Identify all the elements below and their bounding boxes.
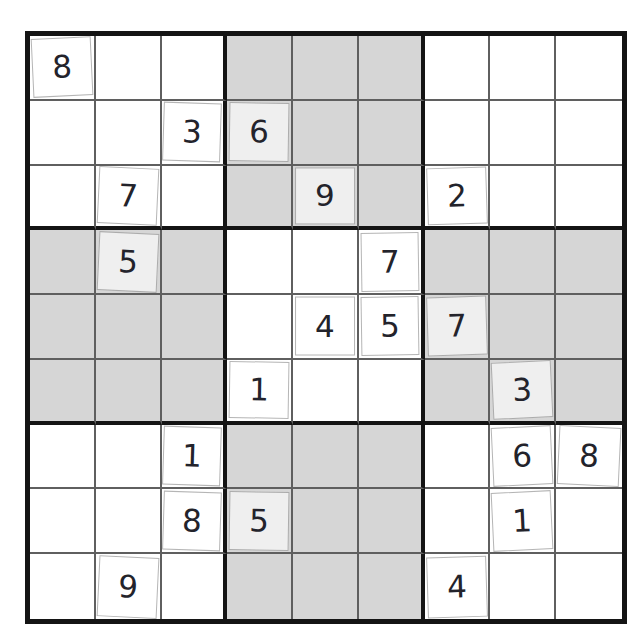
cell-r1c5[interactable] [293,36,359,101]
cell-r2c4: 6 [227,101,293,166]
given-digit: 3 [512,374,533,406]
cell-r7c6[interactable] [359,425,425,490]
cell-r2c5[interactable] [293,101,359,166]
cell-r2c2[interactable] [96,101,162,166]
given-tile: 6 [229,102,290,162]
given-tile: 5 [96,231,159,293]
given-tile: 4 [295,297,355,356]
cell-r2c3: 3 [162,101,228,166]
cell-r5c3[interactable] [162,295,228,360]
cell-r2c1[interactable] [30,101,96,166]
sudoku-page: 836792574571316885194 [0,0,640,640]
cell-r9c2: 9 [96,554,162,619]
cell-r9c5[interactable] [293,554,359,619]
cell-r7c8: 6 [490,425,556,490]
cell-r2c9[interactable] [556,101,622,166]
given-tile: 1 [491,490,554,552]
cell-r6c9[interactable] [556,360,622,425]
given-digit: 5 [117,246,138,278]
cell-r9c3[interactable] [162,554,228,619]
cell-r1c4[interactable] [227,36,293,101]
cell-r5c4[interactable] [227,295,293,360]
given-tile: 9 [96,555,159,619]
cell-r4c6: 7 [359,230,425,295]
given-tile: 8 [31,37,94,99]
cell-r1c2[interactable] [96,36,162,101]
cell-r8c8: 1 [490,489,556,554]
given-digit: 9 [315,180,335,211]
cell-r9c6[interactable] [359,554,425,619]
cell-r9c4[interactable] [227,554,293,619]
given-tile: 6 [491,425,554,487]
given-tile: 5 [360,297,419,357]
cell-r1c6[interactable] [359,36,425,101]
given-digit: 5 [249,505,269,536]
cell-r4c8[interactable] [490,230,556,295]
given-digit: 1 [249,375,269,406]
cell-r7c1[interactable] [30,425,96,490]
given-digit: 2 [446,180,467,212]
cell-r3c6[interactable] [359,166,425,231]
cell-r7c3: 1 [162,425,228,490]
cell-r1c7[interactable] [425,36,491,101]
cell-r8c5[interactable] [293,489,359,554]
given-tile: 3 [162,102,222,163]
cell-r3c7: 2 [425,166,491,231]
cell-r5c1[interactable] [30,295,96,360]
cell-r4c9[interactable] [556,230,622,295]
given-digit: 8 [182,505,203,537]
given-tile: 8 [162,490,222,551]
given-digit: 1 [182,440,203,472]
given-tile: 1 [229,361,290,419]
given-digit: 7 [380,246,400,277]
cell-r9c7: 4 [425,554,491,619]
given-tile: 5 [229,491,290,551]
given-digit: 1 [512,505,533,537]
cell-r1c8[interactable] [490,36,556,101]
cell-r9c8[interactable] [490,554,556,619]
cell-r2c7[interactable] [425,101,491,166]
given-digit: 3 [182,116,203,148]
cell-r5c8[interactable] [490,295,556,360]
cell-r8c9[interactable] [556,489,622,554]
given-tile: 7 [96,166,159,226]
given-tile: 4 [426,555,488,618]
cell-r5c6: 5 [359,295,425,360]
cell-r7c7[interactable] [425,425,491,490]
sudoku-board: 836792574571316885194 [25,31,627,624]
given-tile: 3 [491,360,554,420]
cell-r1c3[interactable] [162,36,228,101]
given-digit: 4 [315,311,335,342]
cell-r2c6[interactable] [359,101,425,166]
given-digit: 8 [51,51,72,83]
cell-r4c2: 5 [96,230,162,295]
cell-r8c7[interactable] [425,489,491,554]
given-digit: 7 [446,311,467,343]
cell-r7c9: 8 [556,425,622,490]
cell-r3c5: 9 [293,166,359,231]
given-tile: 8 [557,425,622,487]
cell-r1c9[interactable] [556,36,622,101]
cell-r1c1: 8 [30,36,96,101]
cell-r5c9[interactable] [556,295,622,360]
cell-r3c1[interactable] [30,166,96,231]
given-tile: 1 [162,426,222,487]
cell-r8c2[interactable] [96,489,162,554]
cell-r7c4[interactable] [227,425,293,490]
cell-r5c2[interactable] [96,295,162,360]
cell-r6c1[interactable] [30,360,96,425]
cell-r6c6[interactable] [359,360,425,425]
cell-r6c4: 1 [227,360,293,425]
cell-r3c3[interactable] [162,166,228,231]
cell-r6c5[interactable] [293,360,359,425]
given-digit: 8 [579,440,600,472]
cell-r6c2[interactable] [96,360,162,425]
cell-r4c4[interactable] [227,230,293,295]
given-digit: 7 [117,180,138,212]
cell-r4c1[interactable] [30,230,96,295]
cell-r6c3[interactable] [162,360,228,425]
cell-r9c1[interactable] [30,554,96,619]
cell-r6c8: 3 [490,360,556,425]
cell-r5c5: 4 [293,295,359,360]
cell-r8c4: 5 [227,489,293,554]
given-tile: 2 [426,166,488,225]
given-digit: 9 [117,571,138,603]
cell-r4c3[interactable] [162,230,228,295]
cell-r9c9[interactable] [556,554,622,619]
given-digit: 4 [446,571,467,603]
given-tile: 9 [295,167,355,224]
cell-r3c4[interactable] [227,166,293,231]
cell-r8c6[interactable] [359,489,425,554]
cell-r8c3: 8 [162,489,228,554]
cell-r5c7: 7 [425,295,491,360]
cell-r7c2[interactable] [96,425,162,490]
cell-r8c1[interactable] [30,489,96,554]
cell-r3c9[interactable] [556,166,622,231]
cell-r2c8[interactable] [490,101,556,166]
cell-r7c5[interactable] [293,425,359,490]
cell-r3c2: 7 [96,166,162,231]
given-digit: 5 [380,311,400,342]
cell-r4c7[interactable] [425,230,491,295]
cell-r3c8[interactable] [490,166,556,231]
cell-r6c7[interactable] [425,360,491,425]
given-tile: 7 [426,296,488,357]
given-digit: 6 [249,117,269,148]
cell-r4c5[interactable] [293,230,359,295]
given-digit: 6 [512,440,533,472]
given-tile: 7 [360,232,419,292]
